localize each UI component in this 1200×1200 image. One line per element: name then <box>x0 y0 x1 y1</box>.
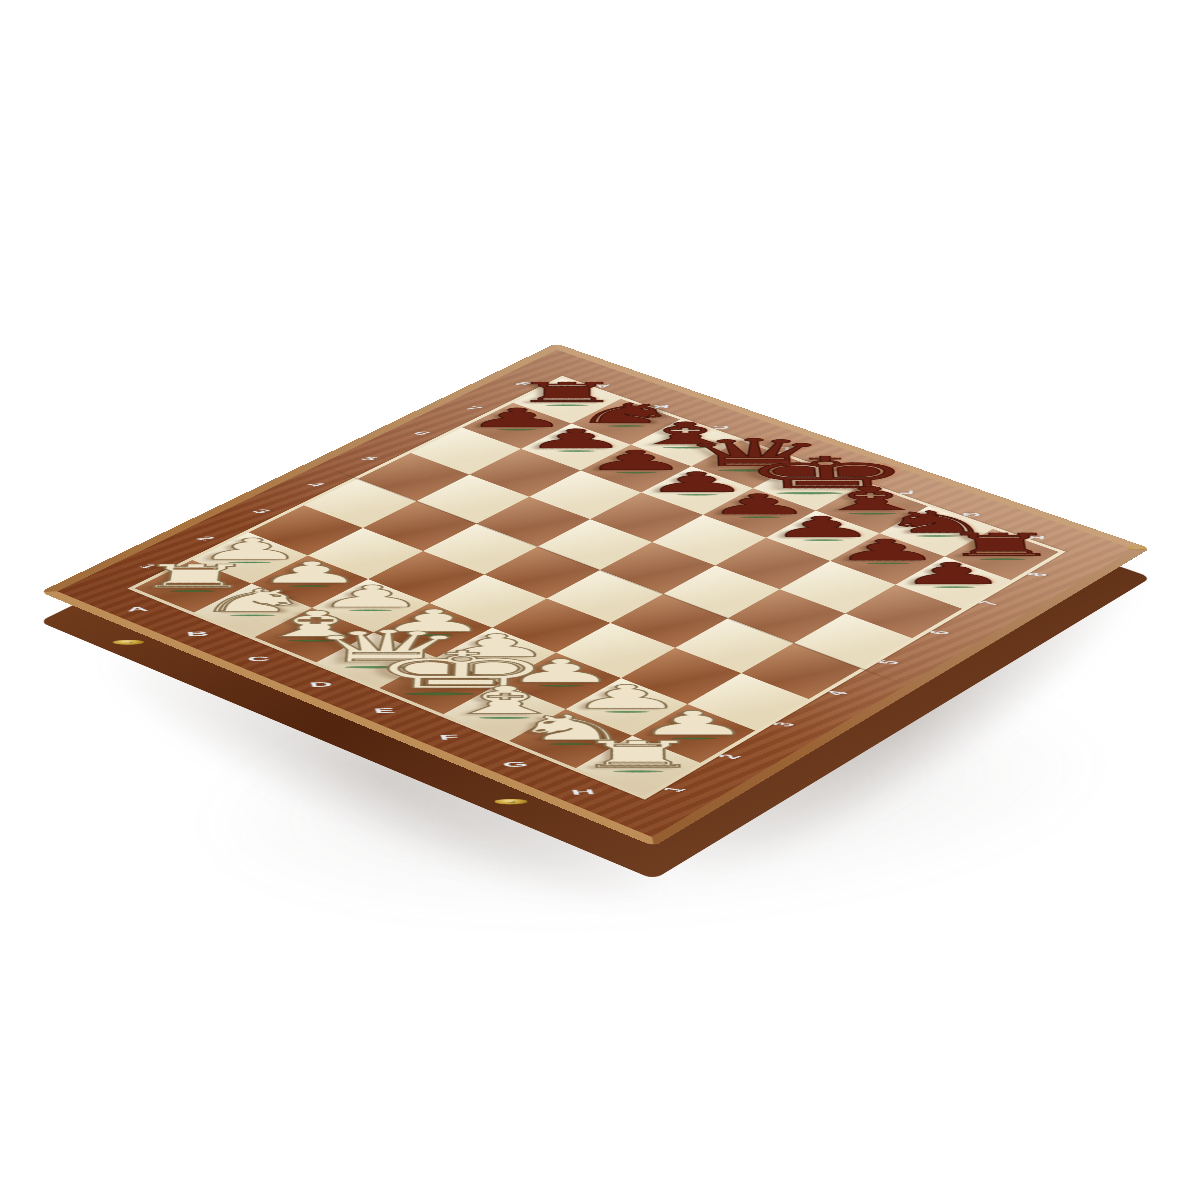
front-rail-label-a: A <box>104 605 171 614</box>
brass-ring-icon <box>1128 546 1146 550</box>
board-grid <box>135 378 1059 795</box>
front-rail-label-d: D <box>287 680 357 689</box>
front-rail-label-c: C <box>225 654 294 663</box>
front-rail-label-e: E <box>350 706 420 715</box>
front-rail-label-b: B <box>164 629 232 638</box>
front-rail-label-h: H <box>547 787 620 797</box>
scene-3d: ABCDEFGHABCDEFGH1234567812345678 ♜♞♝♛♚♝♞… <box>0 0 1200 1200</box>
chess-set-product-photo: ABCDEFGHABCDEFGH1234567812345678 ♜♞♝♛♚♝♞… <box>0 0 1200 1200</box>
front-rail-label-f: F <box>414 733 485 742</box>
hinge-loop <box>1121 546 1152 550</box>
chess-board: ABCDEFGHABCDEFGH1234567812345678 ♜♞♝♛♚♝♞… <box>40 343 1150 846</box>
front-rail-label-g: G <box>480 760 552 770</box>
